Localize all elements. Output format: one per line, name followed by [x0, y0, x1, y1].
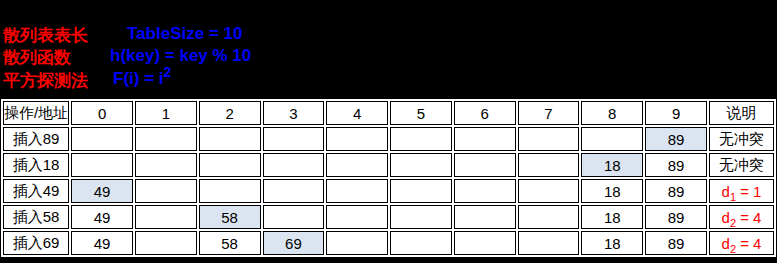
slot-cell [454, 231, 516, 255]
collision-subscript: 2 [730, 217, 736, 229]
slot-cell [263, 205, 325, 229]
tablesize-line: 散列表表长 TableSize = 10 [0, 24, 777, 46]
slot-cell: 58 [199, 231, 261, 255]
slot-cell-highlighted: 69 [263, 231, 325, 255]
slot-cell [518, 205, 580, 229]
note-cell-collision: d2 = 4 [709, 205, 774, 229]
slot-cell [71, 153, 133, 177]
slot-cell [135, 179, 197, 203]
slot-cell-highlighted: 89 [645, 127, 707, 151]
note-cell-collision: d2 = 4 [709, 231, 774, 255]
slot-cell [518, 127, 580, 151]
slot-cell [581, 127, 643, 151]
slot-cell: 49 [71, 231, 133, 255]
slot-cell [390, 231, 452, 255]
slot-cell [390, 153, 452, 177]
note-cell: 无冲突 [709, 127, 774, 151]
slot-cell: 18 [581, 205, 643, 229]
col-header-8: 8 [581, 101, 643, 125]
slot-cell [326, 127, 388, 151]
collision-subscript: 2 [730, 243, 736, 255]
col-header-2: 2 [199, 101, 261, 125]
row-label: 插入89 [3, 127, 69, 151]
slot-cell [263, 127, 325, 151]
col-header-5: 5 [390, 101, 452, 125]
table-row-insert-58: 插入58 49 58 18 89 d2 = 4 [3, 205, 774, 229]
table-header-row: 操作/地址 0 1 2 3 4 5 6 7 8 9 说明 [3, 101, 774, 125]
row-label: 插入58 [3, 205, 69, 229]
corner-cell: 操作/地址 [3, 101, 69, 125]
slot-cell [135, 127, 197, 151]
slot-cell-highlighted: 18 [581, 153, 643, 177]
collision-d: d [722, 209, 730, 226]
col-header-4: 4 [326, 101, 388, 125]
slot-cell: 18 [581, 231, 643, 255]
slot-cell [326, 153, 388, 177]
slot-cell [135, 153, 197, 177]
hash-function-label: 散列函数 [3, 46, 71, 69]
slot-cell [135, 205, 197, 229]
col-header-9: 9 [645, 101, 707, 125]
row-label: 插入69 [3, 231, 69, 255]
slot-cell [199, 127, 261, 151]
slot-cell [454, 205, 516, 229]
col-header-7: 7 [518, 101, 580, 125]
col-header-3: 3 [263, 101, 325, 125]
slot-cell [199, 179, 261, 203]
hash-table: 操作/地址 0 1 2 3 4 5 6 7 8 9 说明 插入89 89 无冲突… [0, 98, 777, 258]
slot-cell [518, 153, 580, 177]
collision-value: = 1 [740, 183, 761, 200]
slot-cell [518, 179, 580, 203]
note-cell-collision: d1 = 1 [709, 179, 774, 203]
slot-cell [390, 205, 452, 229]
row-label: 插入49 [3, 179, 69, 203]
collision-d: d [722, 235, 730, 252]
slot-cell-highlighted: 58 [199, 205, 261, 229]
collision-subscript: 1 [730, 191, 736, 203]
slot-cell [390, 127, 452, 151]
slot-cell [326, 179, 388, 203]
note-header: 说明 [709, 101, 774, 125]
slot-cell [390, 179, 452, 203]
slot-cell: 18 [581, 179, 643, 203]
slot-cell [71, 127, 133, 151]
slot-cell [454, 179, 516, 203]
slot-cell [199, 153, 261, 177]
probing-formula-exponent: 2 [164, 64, 172, 80]
tablesize-label: 散列表表长 [3, 24, 88, 47]
collision-value: = 4 [740, 235, 761, 252]
probing-line: 平方探测法 F(i) = i2 [0, 69, 777, 91]
col-header-1: 1 [135, 101, 197, 125]
hash-function-line: 散列函数 h(key) = key % 10 [0, 46, 777, 68]
hash-function-formula: h(key) = key % 10 [110, 46, 251, 66]
table-row-insert-49: 插入49 49 18 89 d1 = 1 [3, 179, 774, 203]
slot-cell [263, 153, 325, 177]
slot-cell-highlighted: 49 [71, 179, 133, 203]
slot-cell [263, 179, 325, 203]
row-label: 插入18 [3, 153, 69, 177]
probing-formula-base: F(i) = i [113, 69, 164, 88]
slot-cell: 49 [71, 205, 133, 229]
slot-cell [518, 231, 580, 255]
slot-cell: 89 [645, 179, 707, 203]
probing-formula: F(i) = i2 [113, 69, 171, 89]
col-header-0: 0 [71, 101, 133, 125]
table-row-insert-18: 插入18 18 89 无冲突 [3, 153, 774, 177]
collision-d: d [722, 183, 730, 200]
slot-cell [326, 205, 388, 229]
slot-cell: 89 [645, 231, 707, 255]
slot-cell [326, 231, 388, 255]
tablesize-formula: TableSize = 10 [127, 24, 242, 44]
slot-cell [454, 127, 516, 151]
slot-cell [135, 231, 197, 255]
slot-cell: 89 [645, 205, 707, 229]
collision-value: = 4 [740, 209, 761, 226]
table-row-insert-69: 插入69 49 58 69 18 89 d2 = 4 [3, 231, 774, 255]
slot-cell: 89 [645, 153, 707, 177]
table-row-insert-89: 插入89 89 无冲突 [3, 127, 774, 151]
slot-cell [454, 153, 516, 177]
probing-label: 平方探测法 [3, 69, 88, 92]
note-cell: 无冲突 [709, 153, 774, 177]
col-header-6: 6 [454, 101, 516, 125]
